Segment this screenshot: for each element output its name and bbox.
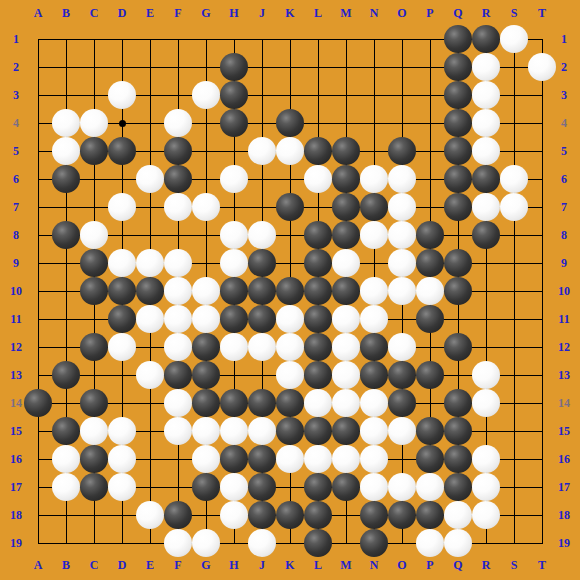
black-stone-Q2 <box>444 53 472 81</box>
coord-label-row-6-right: 6 <box>561 173 567 185</box>
white-stone-S1 <box>500 25 528 53</box>
white-stone-O7 <box>388 193 416 221</box>
coord-label-col-F-bottom: F <box>174 559 181 571</box>
white-stone-G11 <box>192 305 220 333</box>
white-stone-K16 <box>276 445 304 473</box>
white-stone-K13 <box>276 361 304 389</box>
white-stone-B5 <box>52 137 80 165</box>
black-stone-F6 <box>164 165 192 193</box>
coord-label-row-5-left: 5 <box>13 145 19 157</box>
white-stone-D3 <box>108 81 136 109</box>
black-stone-M15 <box>332 417 360 445</box>
coord-label-row-17-right: 17 <box>558 481 570 493</box>
white-stone-R17 <box>472 473 500 501</box>
black-stone-P18 <box>416 501 444 529</box>
black-stone-J10 <box>248 277 276 305</box>
black-stone-R6 <box>472 165 500 193</box>
coord-label-row-3-right: 3 <box>561 89 567 101</box>
black-stone-L5 <box>304 137 332 165</box>
white-stone-M12 <box>332 333 360 361</box>
coord-label-row-13-left: 13 <box>10 369 22 381</box>
black-stone-Q6 <box>444 165 472 193</box>
white-stone-D17 <box>108 473 136 501</box>
coord-label-row-7-left: 7 <box>13 201 19 213</box>
black-stone-P16 <box>416 445 444 473</box>
black-stone-Q10 <box>444 277 472 305</box>
coord-label-col-O-bottom: O <box>397 559 406 571</box>
white-stone-J8 <box>248 221 276 249</box>
black-stone-D11 <box>108 305 136 333</box>
white-stone-S7 <box>500 193 528 221</box>
white-stone-J5 <box>248 137 276 165</box>
coord-label-col-T-bottom: T <box>538 559 546 571</box>
white-stone-G15 <box>192 417 220 445</box>
black-stone-Q4 <box>444 109 472 137</box>
black-stone-A14 <box>24 389 52 417</box>
white-stone-Q19 <box>444 529 472 557</box>
coord-label-col-D-top: D <box>118 7 127 19</box>
coord-label-col-B-top: B <box>62 7 70 19</box>
white-stone-E9 <box>136 249 164 277</box>
white-stone-K11 <box>276 305 304 333</box>
white-stone-E13 <box>136 361 164 389</box>
coord-label-col-F-top: F <box>174 7 181 19</box>
black-stone-K14 <box>276 389 304 417</box>
coord-label-row-1-left: 1 <box>13 33 19 45</box>
black-stone-Q7 <box>444 193 472 221</box>
white-stone-O10 <box>388 277 416 305</box>
white-stone-N6 <box>360 165 388 193</box>
black-stone-F5 <box>164 137 192 165</box>
black-stone-M6 <box>332 165 360 193</box>
black-stone-L9 <box>304 249 332 277</box>
coord-label-col-S-top: S <box>511 7 518 19</box>
black-stone-O5 <box>388 137 416 165</box>
coord-label-row-4-left: 4 <box>13 117 19 129</box>
black-stone-P15 <box>416 417 444 445</box>
black-stone-B8 <box>52 221 80 249</box>
white-stone-F15 <box>164 417 192 445</box>
black-stone-C16 <box>80 445 108 473</box>
white-stone-H17 <box>220 473 248 501</box>
white-stone-M13 <box>332 361 360 389</box>
white-stone-M11 <box>332 305 360 333</box>
white-stone-F4 <box>164 109 192 137</box>
white-stone-D16 <box>108 445 136 473</box>
coord-label-row-19-right: 19 <box>558 537 570 549</box>
coord-label-row-9-left: 9 <box>13 257 19 269</box>
white-stone-R5 <box>472 137 500 165</box>
black-stone-N13 <box>360 361 388 389</box>
black-stone-H3 <box>220 81 248 109</box>
white-stone-R4 <box>472 109 500 137</box>
white-stone-B4 <box>52 109 80 137</box>
black-stone-K7 <box>276 193 304 221</box>
white-stone-H9 <box>220 249 248 277</box>
coord-label-row-7-right: 7 <box>561 201 567 213</box>
coord-label-row-8-right: 8 <box>561 229 567 241</box>
white-stone-B16 <box>52 445 80 473</box>
coord-label-col-E-top: E <box>146 7 154 19</box>
white-stone-P19 <box>416 529 444 557</box>
white-stone-F12 <box>164 333 192 361</box>
black-stone-L8 <box>304 221 332 249</box>
black-stone-L13 <box>304 361 332 389</box>
coord-label-col-R-top: R <box>482 7 491 19</box>
white-stone-N15 <box>360 417 388 445</box>
coord-label-col-H-top: H <box>229 7 238 19</box>
go-board[interactable]: AABBCCDDEEFFGGHHJJKKLLMMNNOOPPQQRRSSTT11… <box>0 0 580 580</box>
black-stone-Q12 <box>444 333 472 361</box>
coord-label-col-L-bottom: L <box>314 559 322 571</box>
white-stone-N16 <box>360 445 388 473</box>
black-stone-F18 <box>164 501 192 529</box>
white-stone-N14 <box>360 389 388 417</box>
white-stone-L16 <box>304 445 332 473</box>
black-stone-L15 <box>304 417 332 445</box>
coord-label-row-18-left: 18 <box>10 509 22 521</box>
black-stone-Q16 <box>444 445 472 473</box>
black-stone-G13 <box>192 361 220 389</box>
white-stone-H6 <box>220 165 248 193</box>
black-stone-D5 <box>108 137 136 165</box>
black-stone-C12 <box>80 333 108 361</box>
white-stone-O6 <box>388 165 416 193</box>
black-stone-K4 <box>276 109 304 137</box>
black-stone-O14 <box>388 389 416 417</box>
coord-label-col-C-top: C <box>90 7 99 19</box>
coord-label-col-J-top: J <box>259 7 265 19</box>
black-stone-M7 <box>332 193 360 221</box>
coord-label-row-10-left: 10 <box>10 285 22 297</box>
coord-label-row-8-left: 8 <box>13 229 19 241</box>
coord-label-row-18-right: 18 <box>558 509 570 521</box>
white-stone-O17 <box>388 473 416 501</box>
white-stone-L6 <box>304 165 332 193</box>
white-stone-G19 <box>192 529 220 557</box>
coord-label-col-E-bottom: E <box>146 559 154 571</box>
black-stone-N7 <box>360 193 388 221</box>
black-stone-N18 <box>360 501 388 529</box>
coord-label-row-14-left: 14 <box>10 397 22 409</box>
black-stone-Q1 <box>444 25 472 53</box>
black-stone-C17 <box>80 473 108 501</box>
black-stone-P9 <box>416 249 444 277</box>
coord-label-col-K-bottom: K <box>285 559 294 571</box>
white-stone-D9 <box>108 249 136 277</box>
coord-label-col-K-top: K <box>285 7 294 19</box>
black-stone-L17 <box>304 473 332 501</box>
white-stone-F9 <box>164 249 192 277</box>
white-stone-H18 <box>220 501 248 529</box>
white-stone-M16 <box>332 445 360 473</box>
black-stone-L18 <box>304 501 332 529</box>
black-stone-J14 <box>248 389 276 417</box>
coord-label-row-17-left: 17 <box>10 481 22 493</box>
black-stone-C10 <box>80 277 108 305</box>
black-stone-Q14 <box>444 389 472 417</box>
white-stone-K12 <box>276 333 304 361</box>
black-stone-N12 <box>360 333 388 361</box>
white-stone-P10 <box>416 277 444 305</box>
black-stone-J17 <box>248 473 276 501</box>
coord-label-row-12-right: 12 <box>558 341 570 353</box>
black-stone-C14 <box>80 389 108 417</box>
black-stone-L19 <box>304 529 332 557</box>
grid-line-vertical <box>542 39 543 544</box>
coord-label-col-N-top: N <box>370 7 379 19</box>
coord-label-row-14-right: 14 <box>558 397 570 409</box>
coord-label-col-S-bottom: S <box>511 559 518 571</box>
white-stone-H15 <box>220 417 248 445</box>
black-stone-B13 <box>52 361 80 389</box>
coord-label-col-O-top: O <box>397 7 406 19</box>
coord-label-row-5-right: 5 <box>561 145 567 157</box>
coord-label-col-B-bottom: B <box>62 559 70 571</box>
black-stone-G12 <box>192 333 220 361</box>
coord-label-row-11-left: 11 <box>10 313 21 325</box>
coord-label-col-A-top: A <box>34 7 43 19</box>
black-stone-G14 <box>192 389 220 417</box>
coord-label-row-15-right: 15 <box>558 425 570 437</box>
coord-label-col-C-bottom: C <box>90 559 99 571</box>
black-stone-L12 <box>304 333 332 361</box>
coord-label-col-Q-bottom: Q <box>453 559 462 571</box>
coord-label-row-11-right: 11 <box>558 313 569 325</box>
white-stone-N10 <box>360 277 388 305</box>
white-stone-N8 <box>360 221 388 249</box>
coord-label-col-N-bottom: N <box>370 559 379 571</box>
coord-label-row-2-left: 2 <box>13 61 19 73</box>
coord-label-row-12-left: 12 <box>10 341 22 353</box>
white-stone-G3 <box>192 81 220 109</box>
black-stone-L11 <box>304 305 332 333</box>
white-stone-M9 <box>332 249 360 277</box>
white-stone-O8 <box>388 221 416 249</box>
white-stone-D7 <box>108 193 136 221</box>
black-stone-P8 <box>416 221 444 249</box>
black-stone-M17 <box>332 473 360 501</box>
coord-label-col-J-bottom: J <box>259 559 265 571</box>
white-stone-E18 <box>136 501 164 529</box>
black-stone-P13 <box>416 361 444 389</box>
grid-line-vertical <box>514 39 515 544</box>
black-stone-C9 <box>80 249 108 277</box>
coord-label-row-4-right: 4 <box>561 117 567 129</box>
white-stone-D12 <box>108 333 136 361</box>
black-stone-H2 <box>220 53 248 81</box>
black-stone-H11 <box>220 305 248 333</box>
coord-label-row-6-left: 6 <box>13 173 19 185</box>
white-stone-R2 <box>472 53 500 81</box>
black-stone-J11 <box>248 305 276 333</box>
black-stone-Q17 <box>444 473 472 501</box>
black-stone-E10 <box>136 277 164 305</box>
white-stone-G7 <box>192 193 220 221</box>
coord-label-col-G-bottom: G <box>201 559 210 571</box>
black-stone-G17 <box>192 473 220 501</box>
coord-label-row-13-right: 13 <box>558 369 570 381</box>
black-stone-N19 <box>360 529 388 557</box>
white-stone-O9 <box>388 249 416 277</box>
white-stone-J19 <box>248 529 276 557</box>
white-stone-F19 <box>164 529 192 557</box>
white-stone-R13 <box>472 361 500 389</box>
black-stone-L10 <box>304 277 332 305</box>
white-stone-R16 <box>472 445 500 473</box>
coord-label-col-G-top: G <box>201 7 210 19</box>
coord-label-col-L-top: L <box>314 7 322 19</box>
white-stone-N17 <box>360 473 388 501</box>
white-stone-H8 <box>220 221 248 249</box>
star-point-D4 <box>119 120 126 127</box>
white-stone-L14 <box>304 389 332 417</box>
coord-label-row-3-left: 3 <box>13 89 19 101</box>
black-stone-M8 <box>332 221 360 249</box>
black-stone-H16 <box>220 445 248 473</box>
coord-label-row-16-left: 16 <box>10 453 22 465</box>
white-stone-F14 <box>164 389 192 417</box>
coord-label-col-M-top: M <box>340 7 351 19</box>
white-stone-C8 <box>80 221 108 249</box>
coord-label-col-Q-top: Q <box>453 7 462 19</box>
coord-label-row-19-left: 19 <box>10 537 22 549</box>
white-stone-D15 <box>108 417 136 445</box>
coord-label-row-15-left: 15 <box>10 425 22 437</box>
white-stone-F7 <box>164 193 192 221</box>
black-stone-B6 <box>52 165 80 193</box>
black-stone-D10 <box>108 277 136 305</box>
coord-label-row-16-right: 16 <box>558 453 570 465</box>
white-stone-P17 <box>416 473 444 501</box>
black-stone-K18 <box>276 501 304 529</box>
white-stone-M14 <box>332 389 360 417</box>
black-stone-J9 <box>248 249 276 277</box>
white-stone-F11 <box>164 305 192 333</box>
black-stone-K15 <box>276 417 304 445</box>
black-stone-R8 <box>472 221 500 249</box>
black-stone-B15 <box>52 417 80 445</box>
coord-label-col-M-bottom: M <box>340 559 351 571</box>
black-stone-P11 <box>416 305 444 333</box>
black-stone-C5 <box>80 137 108 165</box>
black-stone-J16 <box>248 445 276 473</box>
black-stone-H10 <box>220 277 248 305</box>
white-stone-N11 <box>360 305 388 333</box>
coord-label-col-R-bottom: R <box>482 559 491 571</box>
white-stone-E11 <box>136 305 164 333</box>
white-stone-R7 <box>472 193 500 221</box>
black-stone-Q15 <box>444 417 472 445</box>
white-stone-Q18 <box>444 501 472 529</box>
coord-label-col-A-bottom: A <box>34 559 43 571</box>
coord-label-col-P-bottom: P <box>426 559 433 571</box>
coord-label-row-1-right: 1 <box>561 33 567 45</box>
coord-label-row-9-right: 9 <box>561 257 567 269</box>
black-stone-Q5 <box>444 137 472 165</box>
black-stone-R1 <box>472 25 500 53</box>
black-stone-M5 <box>332 137 360 165</box>
coord-label-col-T-top: T <box>538 7 546 19</box>
white-stone-C15 <box>80 417 108 445</box>
white-stone-S6 <box>500 165 528 193</box>
black-stone-Q9 <box>444 249 472 277</box>
coord-label-row-10-right: 10 <box>558 285 570 297</box>
white-stone-O15 <box>388 417 416 445</box>
black-stone-K10 <box>276 277 304 305</box>
white-stone-F10 <box>164 277 192 305</box>
black-stone-Q3 <box>444 81 472 109</box>
white-stone-O12 <box>388 333 416 361</box>
white-stone-K5 <box>276 137 304 165</box>
white-stone-H12 <box>220 333 248 361</box>
white-stone-J12 <box>248 333 276 361</box>
black-stone-O13 <box>388 361 416 389</box>
white-stone-R14 <box>472 389 500 417</box>
coord-label-col-P-top: P <box>426 7 433 19</box>
black-stone-H4 <box>220 109 248 137</box>
white-stone-R3 <box>472 81 500 109</box>
white-stone-R18 <box>472 501 500 529</box>
coord-label-row-2-right: 2 <box>561 61 567 73</box>
white-stone-C4 <box>80 109 108 137</box>
black-stone-H14 <box>220 389 248 417</box>
white-stone-J15 <box>248 417 276 445</box>
black-stone-M10 <box>332 277 360 305</box>
coord-label-col-H-bottom: H <box>229 559 238 571</box>
white-stone-G10 <box>192 277 220 305</box>
black-stone-J18 <box>248 501 276 529</box>
white-stone-B17 <box>52 473 80 501</box>
black-stone-O18 <box>388 501 416 529</box>
white-stone-T2 <box>528 53 556 81</box>
coord-label-col-D-bottom: D <box>118 559 127 571</box>
white-stone-G16 <box>192 445 220 473</box>
black-stone-F13 <box>164 361 192 389</box>
white-stone-E6 <box>136 165 164 193</box>
